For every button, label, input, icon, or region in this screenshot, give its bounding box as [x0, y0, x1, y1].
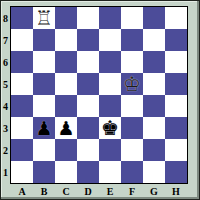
square-e6[interactable] — [99, 51, 121, 73]
square-b2[interactable] — [33, 139, 55, 161]
square-e8[interactable] — [99, 7, 121, 29]
file-label-g: G — [143, 185, 165, 198]
file-labels: ABCDEFGH — [11, 185, 187, 198]
rank-label-3: 3 — [1, 117, 10, 139]
square-g2[interactable] — [143, 139, 165, 161]
square-e4[interactable] — [99, 95, 121, 117]
square-g1[interactable] — [143, 161, 165, 183]
square-g6[interactable] — [143, 51, 165, 73]
square-b7[interactable] — [33, 29, 55, 51]
rank-label-7: 7 — [1, 29, 10, 51]
square-d1[interactable] — [77, 161, 99, 183]
square-b3[interactable]: ♟ — [33, 117, 55, 139]
square-a1[interactable] — [11, 161, 33, 183]
square-f1[interactable] — [121, 161, 143, 183]
rank-label-4: 4 — [1, 95, 10, 117]
square-h7[interactable] — [165, 29, 187, 51]
square-g7[interactable] — [143, 29, 165, 51]
board-frame: 87654321 ♖♔♟♟♚ ABCDEFGH — [0, 0, 200, 200]
square-f3[interactable] — [121, 117, 143, 139]
square-e5[interactable] — [99, 73, 121, 95]
square-f2[interactable] — [121, 139, 143, 161]
square-c1[interactable] — [55, 161, 77, 183]
square-h8[interactable] — [165, 7, 187, 29]
square-f5[interactable]: ♔ — [121, 73, 143, 95]
rank-label-1: 1 — [1, 161, 10, 183]
square-f8[interactable] — [121, 7, 143, 29]
square-g4[interactable] — [143, 95, 165, 117]
file-label-h: H — [165, 185, 187, 198]
square-b4[interactable] — [33, 95, 55, 117]
square-f7[interactable] — [121, 29, 143, 51]
square-a2[interactable] — [11, 139, 33, 161]
piece-black-pawn[interactable]: ♟ — [57, 117, 74, 139]
square-f4[interactable] — [121, 95, 143, 117]
square-h5[interactable] — [165, 73, 187, 95]
square-c7[interactable] — [55, 29, 77, 51]
rank-label-8: 8 — [1, 7, 10, 29]
piece-black-pawn[interactable]: ♟ — [35, 117, 52, 139]
square-e7[interactable] — [99, 29, 121, 51]
square-c4[interactable] — [55, 95, 77, 117]
square-e1[interactable] — [99, 161, 121, 183]
piece-white-rook[interactable]: ♖ — [35, 7, 53, 29]
rank-label-2: 2 — [1, 139, 10, 161]
square-f6[interactable] — [121, 51, 143, 73]
square-c3[interactable]: ♟ — [55, 117, 77, 139]
square-d6[interactable] — [77, 51, 99, 73]
file-label-b: B — [33, 185, 55, 198]
square-b6[interactable] — [33, 51, 55, 73]
square-c2[interactable] — [55, 139, 77, 161]
square-c5[interactable] — [55, 73, 77, 95]
file-label-a: A — [11, 185, 33, 198]
square-e2[interactable] — [99, 139, 121, 161]
square-d4[interactable] — [77, 95, 99, 117]
square-d5[interactable] — [77, 73, 99, 95]
square-d7[interactable] — [77, 29, 99, 51]
square-h3[interactable] — [165, 117, 187, 139]
square-d3[interactable] — [77, 117, 99, 139]
square-h4[interactable] — [165, 95, 187, 117]
square-c8[interactable] — [55, 7, 77, 29]
square-b8[interactable]: ♖ — [33, 7, 55, 29]
piece-white-king[interactable]: ♔ — [123, 73, 141, 95]
square-h2[interactable] — [165, 139, 187, 161]
file-label-f: F — [121, 185, 143, 198]
square-a6[interactable] — [11, 51, 33, 73]
square-c6[interactable] — [55, 51, 77, 73]
square-d8[interactable] — [77, 7, 99, 29]
square-a5[interactable] — [11, 73, 33, 95]
square-h1[interactable] — [165, 161, 187, 183]
square-a8[interactable] — [11, 7, 33, 29]
square-g3[interactable] — [143, 117, 165, 139]
piece-black-king[interactable]: ♚ — [101, 117, 119, 139]
square-a3[interactable] — [11, 117, 33, 139]
square-b1[interactable] — [33, 161, 55, 183]
square-b5[interactable] — [33, 73, 55, 95]
file-label-c: C — [55, 185, 77, 198]
square-h6[interactable] — [165, 51, 187, 73]
chess-board[interactable]: ♖♔♟♟♚ — [10, 6, 188, 184]
square-a7[interactable] — [11, 29, 33, 51]
square-a4[interactable] — [11, 95, 33, 117]
file-label-d: D — [77, 185, 99, 198]
square-d2[interactable] — [77, 139, 99, 161]
square-g8[interactable] — [143, 7, 165, 29]
square-e3[interactable]: ♚ — [99, 117, 121, 139]
rank-label-5: 5 — [1, 73, 10, 95]
file-label-e: E — [99, 185, 121, 198]
square-g5[interactable] — [143, 73, 165, 95]
rank-label-6: 6 — [1, 51, 10, 73]
rank-labels: 87654321 — [1, 7, 10, 183]
